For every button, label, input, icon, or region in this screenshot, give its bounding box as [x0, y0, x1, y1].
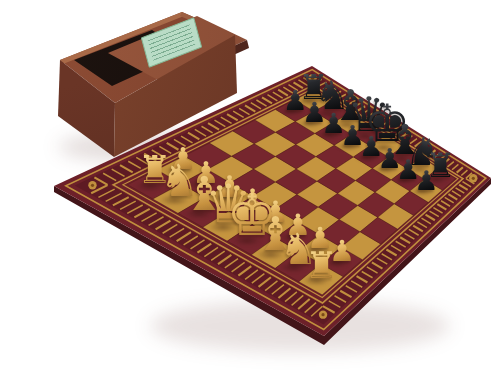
white-rook-h1[interactable]: ♜	[296, 247, 348, 284]
corner-palmette-center	[321, 313, 324, 316]
black-pawn-h7[interactable]: ♟	[407, 167, 445, 194]
corner-palmette-center	[91, 184, 94, 187]
corner-palmette-center	[472, 177, 475, 180]
chess-set-product-photo: ♜♞♝♛♚♝♞♜♟♟♟♟♟♟♟♟♟♟♟♟♟♟♟♟♜♞♝♛♚♝♞♜	[0, 0, 500, 375]
